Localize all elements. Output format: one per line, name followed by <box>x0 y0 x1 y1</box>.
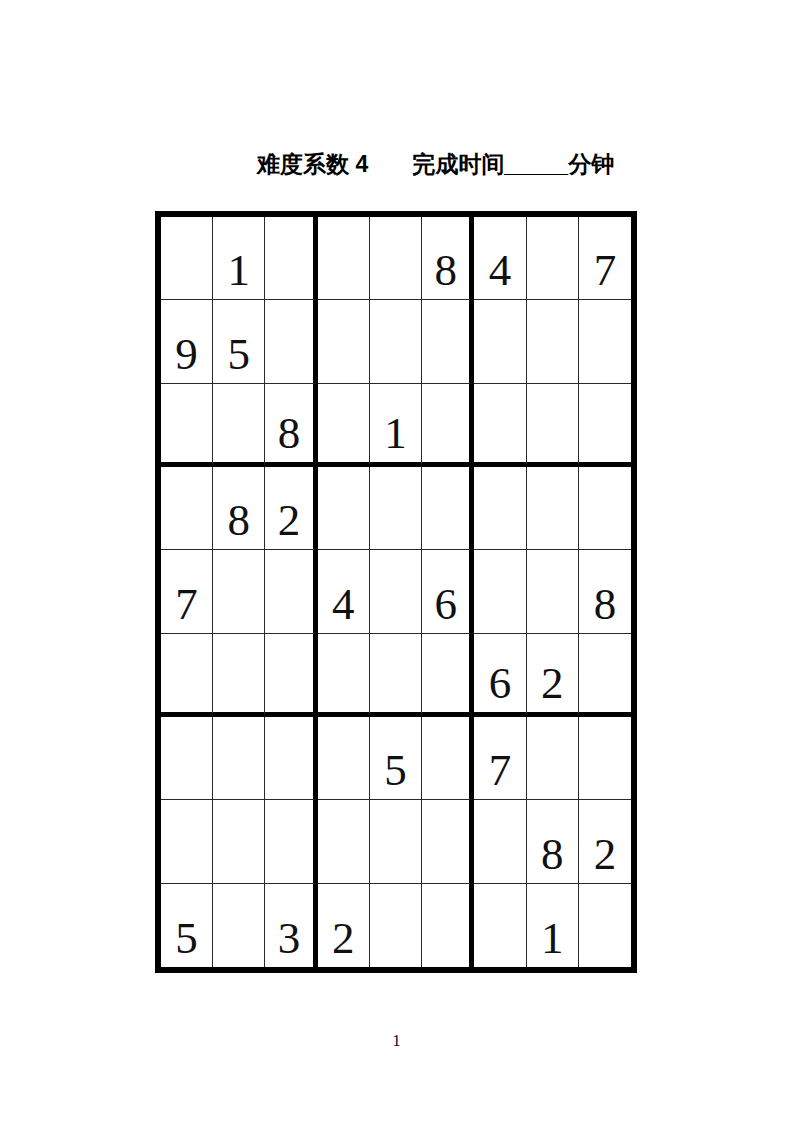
cell-r6c1[interactable] <box>161 634 213 717</box>
difficulty-label: 难度系数 4 <box>257 149 368 180</box>
cell-r3c4[interactable] <box>318 384 370 467</box>
cell-r5c1[interactable]: 7 <box>161 550 213 633</box>
cell-r8c3[interactable] <box>265 800 317 883</box>
cell-r7c4[interactable] <box>318 717 370 800</box>
cell-r1c8[interactable] <box>527 217 579 300</box>
cell-r5c8[interactable] <box>527 550 579 633</box>
cell-r9c9[interactable] <box>579 884 631 967</box>
cell-r2c3[interactable] <box>265 300 317 383</box>
completion-time-label: 完成时间_____分钟 <box>412 149 614 180</box>
cell-r8c2[interactable] <box>213 800 265 883</box>
cell-r6c7[interactable]: 6 <box>474 634 526 717</box>
cell-r3c9[interactable] <box>579 384 631 467</box>
cell-r7c6[interactable] <box>422 717 474 800</box>
cell-r6c6[interactable] <box>422 634 474 717</box>
cell-r2c6[interactable] <box>422 300 474 383</box>
cell-r6c5[interactable] <box>370 634 422 717</box>
cell-r1c7[interactable]: 4 <box>474 217 526 300</box>
cell-r3c5[interactable]: 1 <box>370 384 422 467</box>
cell-r8c4[interactable] <box>318 800 370 883</box>
cell-r4c6[interactable] <box>422 467 474 550</box>
cell-r5c3[interactable] <box>265 550 317 633</box>
cell-r7c8[interactable] <box>527 717 579 800</box>
cell-r9c4[interactable]: 2 <box>318 884 370 967</box>
cell-r7c1[interactable] <box>161 717 213 800</box>
sudoku-page: 难度系数 4 完成时间_____分钟 184795818274686257825… <box>0 0 793 1122</box>
cell-r1c3[interactable] <box>265 217 317 300</box>
cell-r2c7[interactable] <box>474 300 526 383</box>
cell-r5c5[interactable] <box>370 550 422 633</box>
cell-r4c7[interactable] <box>474 467 526 550</box>
cell-r7c9[interactable] <box>579 717 631 800</box>
cell-r3c3[interactable]: 8 <box>265 384 317 467</box>
cell-r7c3[interactable] <box>265 717 317 800</box>
cell-r1c2[interactable]: 1 <box>213 217 265 300</box>
cell-r3c1[interactable] <box>161 384 213 467</box>
cell-r8c6[interactable] <box>422 800 474 883</box>
cell-r6c9[interactable] <box>579 634 631 717</box>
cell-r6c4[interactable] <box>318 634 370 717</box>
cell-r9c7[interactable] <box>474 884 526 967</box>
cell-r1c6[interactable]: 8 <box>422 217 474 300</box>
cell-r9c8[interactable]: 1 <box>527 884 579 967</box>
cell-r4c1[interactable] <box>161 467 213 550</box>
cell-r8c7[interactable] <box>474 800 526 883</box>
cell-r9c5[interactable] <box>370 884 422 967</box>
cell-r7c5[interactable]: 5 <box>370 717 422 800</box>
cell-r9c6[interactable] <box>422 884 474 967</box>
page-number: 1 <box>0 1031 793 1051</box>
cell-r2c9[interactable] <box>579 300 631 383</box>
cell-r5c7[interactable] <box>474 550 526 633</box>
cell-r5c9[interactable]: 8 <box>579 550 631 633</box>
cell-r4c3[interactable]: 2 <box>265 467 317 550</box>
cell-r2c4[interactable] <box>318 300 370 383</box>
puzzle-header: 难度系数 4 完成时间_____分钟 <box>257 149 614 180</box>
cell-r9c3[interactable]: 3 <box>265 884 317 967</box>
cell-r3c2[interactable] <box>213 384 265 467</box>
cell-r1c5[interactable] <box>370 217 422 300</box>
cell-r3c7[interactable] <box>474 384 526 467</box>
cell-r4c4[interactable] <box>318 467 370 550</box>
cell-r7c7[interactable]: 7 <box>474 717 526 800</box>
cell-r8c5[interactable] <box>370 800 422 883</box>
cell-r1c1[interactable] <box>161 217 213 300</box>
cell-r5c6[interactable]: 6 <box>422 550 474 633</box>
cell-r2c5[interactable] <box>370 300 422 383</box>
cell-r9c1[interactable]: 5 <box>161 884 213 967</box>
cell-r4c8[interactable] <box>527 467 579 550</box>
cell-r8c9[interactable]: 2 <box>579 800 631 883</box>
cell-r2c2[interactable]: 5 <box>213 300 265 383</box>
cell-r4c9[interactable] <box>579 467 631 550</box>
cell-r2c8[interactable] <box>527 300 579 383</box>
cell-r2c1[interactable]: 9 <box>161 300 213 383</box>
cell-r6c2[interactable] <box>213 634 265 717</box>
cell-r5c2[interactable] <box>213 550 265 633</box>
sudoku-board: 184795818274686257825321 <box>155 211 637 973</box>
cell-r8c8[interactable]: 8 <box>527 800 579 883</box>
cell-r6c8[interactable]: 2 <box>527 634 579 717</box>
cell-r1c9[interactable]: 7 <box>579 217 631 300</box>
cell-r3c8[interactable] <box>527 384 579 467</box>
cell-r4c5[interactable] <box>370 467 422 550</box>
cell-r7c2[interactable] <box>213 717 265 800</box>
cell-r5c4[interactable]: 4 <box>318 550 370 633</box>
cell-r3c6[interactable] <box>422 384 474 467</box>
cell-r8c1[interactable] <box>161 800 213 883</box>
cell-r6c3[interactable] <box>265 634 317 717</box>
cell-r1c4[interactable] <box>318 217 370 300</box>
cell-r4c2[interactable]: 8 <box>213 467 265 550</box>
cell-r9c2[interactable] <box>213 884 265 967</box>
